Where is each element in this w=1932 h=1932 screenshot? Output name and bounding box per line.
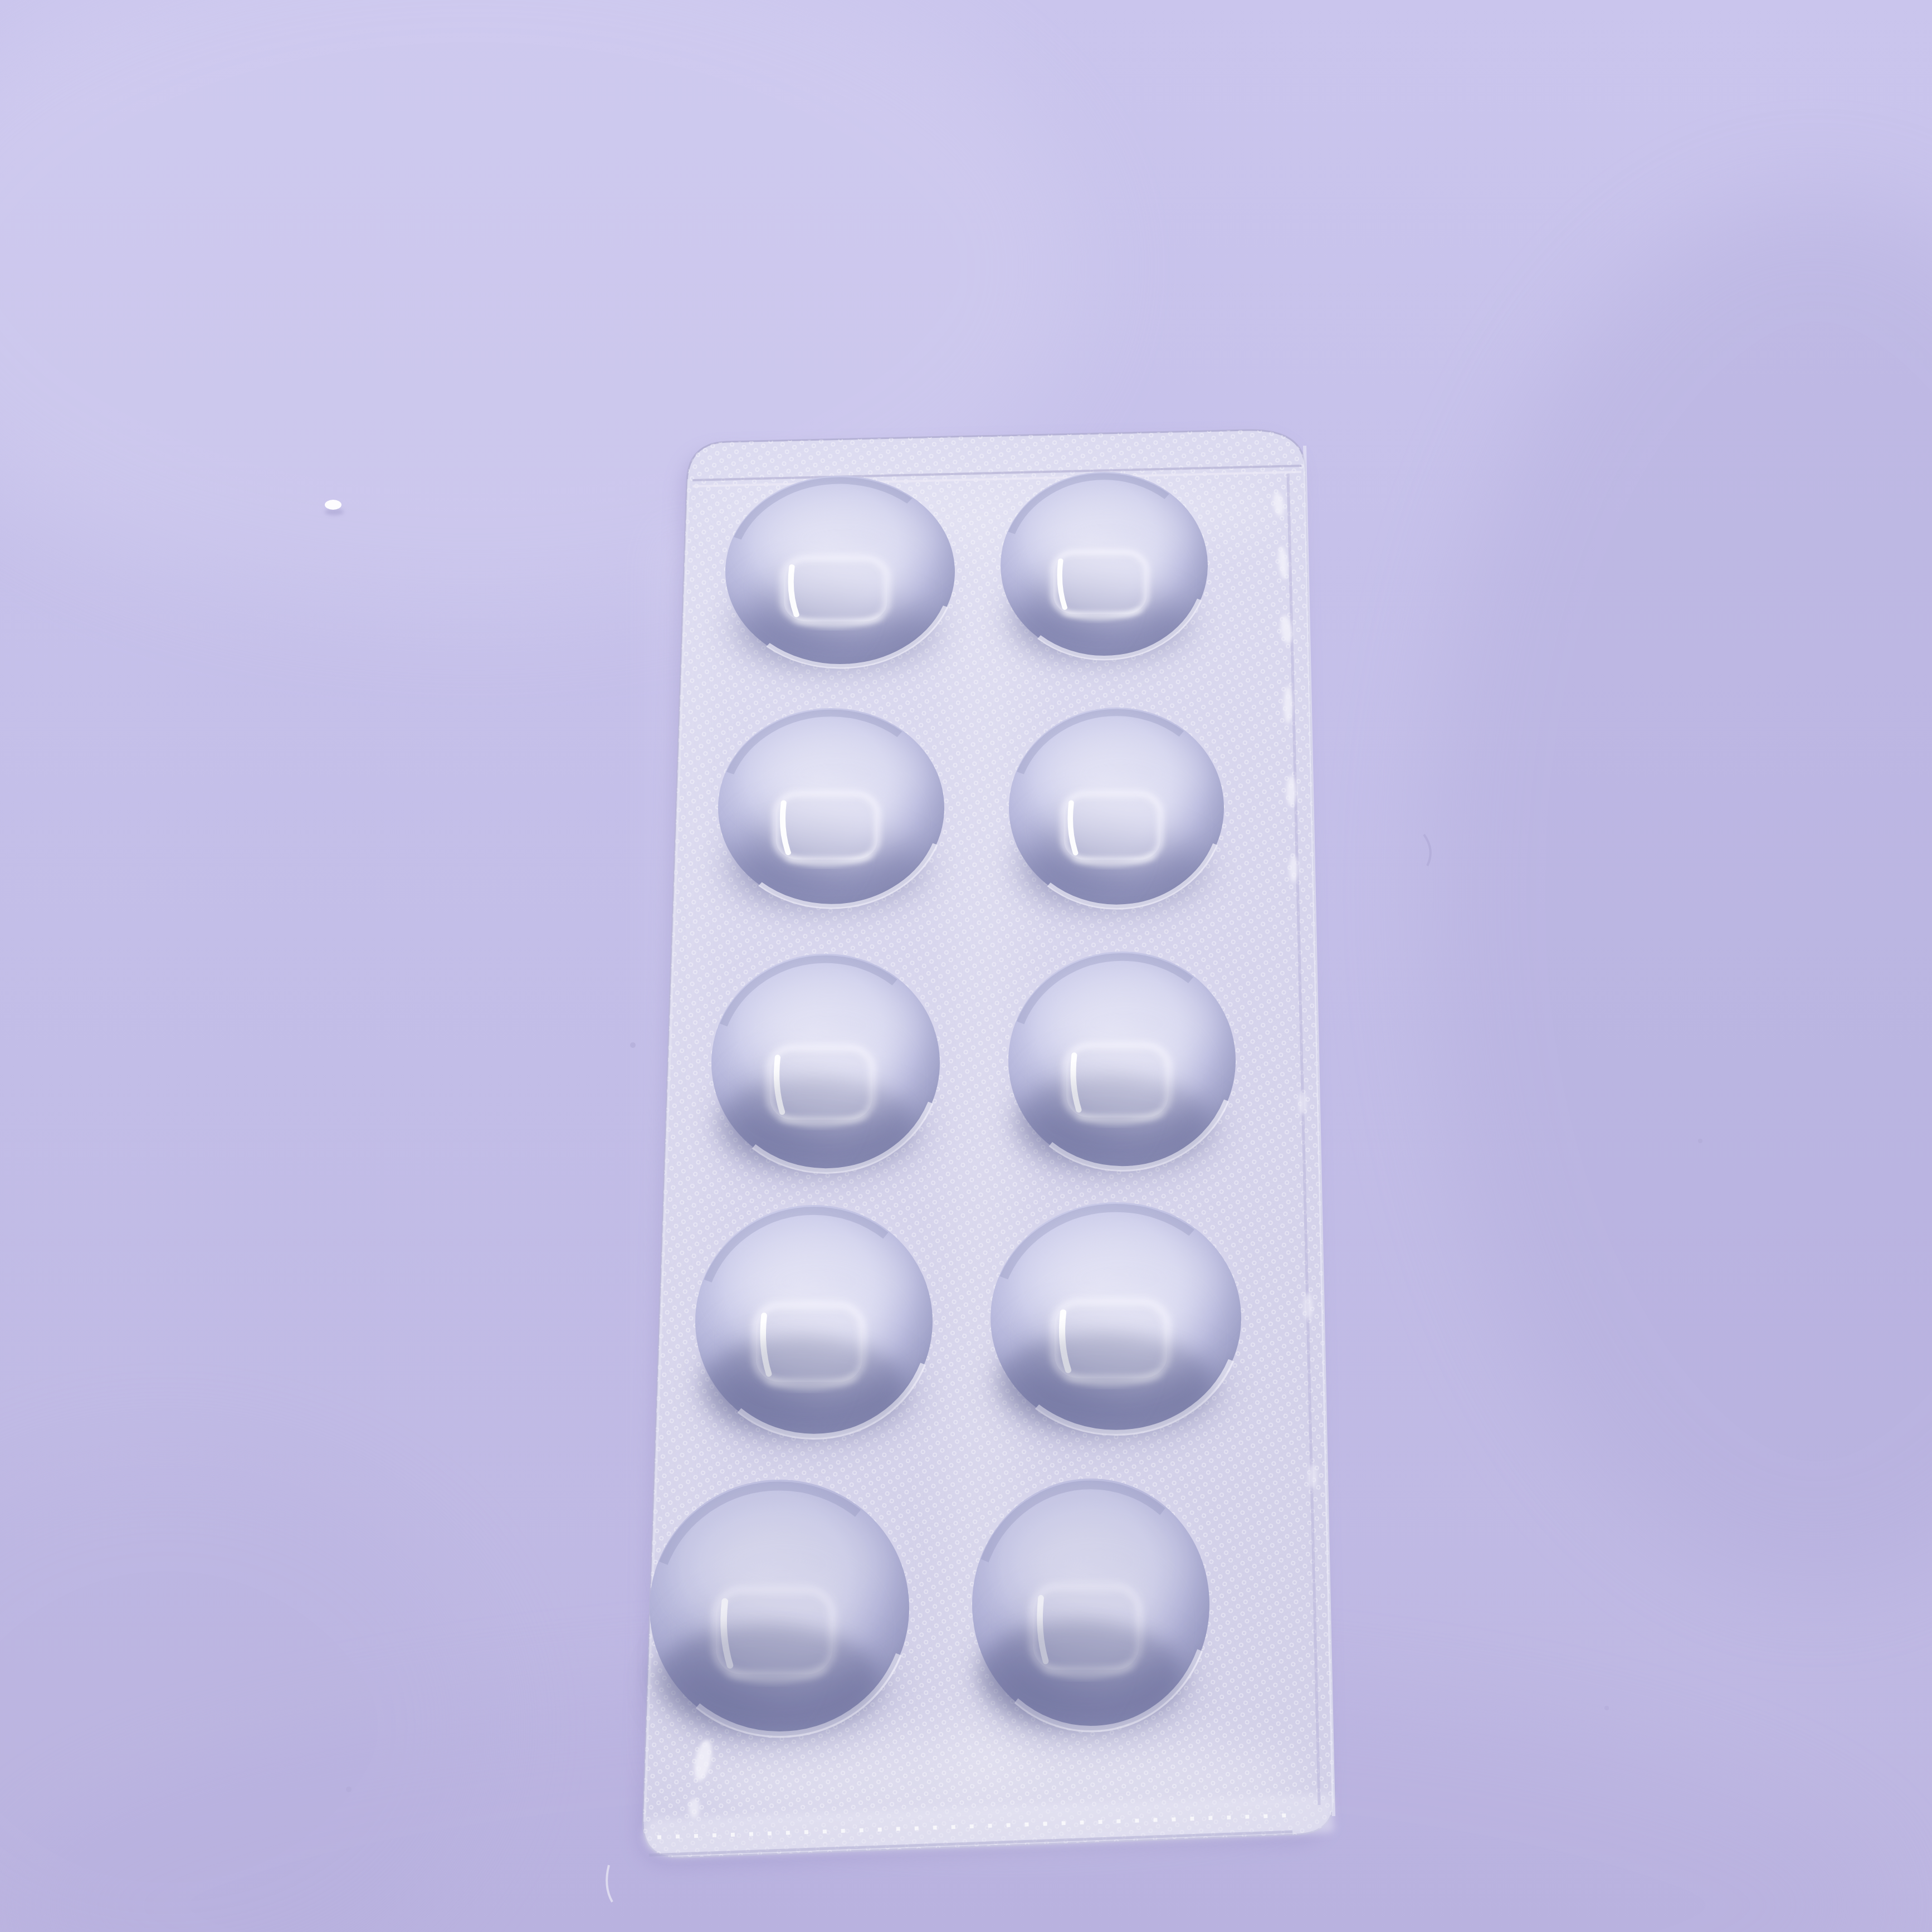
glue-mark bbox=[1289, 856, 1298, 882]
glue-mark bbox=[1308, 1464, 1317, 1489]
depth-shadow bbox=[1014, 1075, 1207, 1167]
glue-mark bbox=[1284, 686, 1292, 724]
pocket-row2-left bbox=[718, 708, 944, 908]
blister-pack bbox=[643, 430, 1334, 1857]
pocket-row1-right bbox=[1001, 472, 1208, 659]
dust-dot bbox=[1604, 1706, 1609, 1710]
blister-pack-scene bbox=[0, 0, 1932, 1932]
white-speck bbox=[325, 500, 341, 510]
depth-tint bbox=[650, 1480, 909, 1736]
glue-mark bbox=[1299, 1092, 1306, 1114]
gloss-mark bbox=[689, 1798, 700, 1818]
glue-mark bbox=[1286, 775, 1296, 807]
depth-tint bbox=[972, 1479, 1209, 1730]
depth-shadow bbox=[997, 1333, 1210, 1430]
pocket-row1-left bbox=[725, 476, 955, 667]
photo-of-blister-pack bbox=[0, 0, 1932, 1932]
depth-shadow bbox=[718, 1077, 911, 1169]
dust-dot bbox=[346, 1787, 352, 1792]
depth-shadow bbox=[701, 1336, 903, 1435]
pocket-row2-right bbox=[1009, 708, 1224, 908]
glue-mark bbox=[1304, 1293, 1313, 1320]
dust-dot bbox=[630, 1042, 636, 1048]
dust-dot bbox=[1698, 1139, 1702, 1143]
